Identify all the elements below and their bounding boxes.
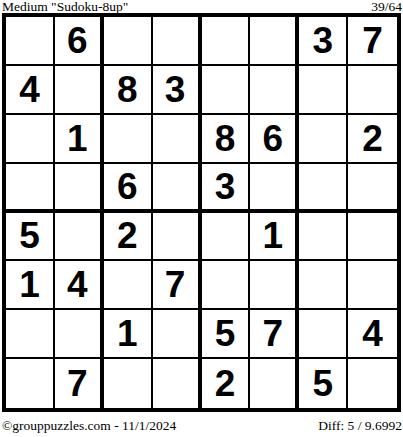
cell-r3c5-given: 8 — [202, 115, 251, 164]
sudoku-board: 6374831862635211471574725 — [2, 13, 401, 412]
cell-r8c6[interactable] — [250, 359, 299, 408]
cell-r3c7[interactable] — [299, 115, 348, 164]
cell-r7c6-given: 7 — [250, 310, 299, 359]
cell-r8c4[interactable] — [153, 359, 202, 408]
cell-r2c7[interactable] — [299, 66, 348, 115]
cell-r1c2-given: 6 — [55, 17, 104, 66]
cell-r6c1-given: 1 — [6, 261, 55, 310]
cell-r7c8-given: 4 — [348, 310, 397, 359]
cell-r2c3-given: 8 — [104, 66, 153, 115]
cell-r2c2[interactable] — [55, 66, 104, 115]
cell-r6c2-given: 4 — [55, 261, 104, 310]
cell-r8c1[interactable] — [6, 359, 55, 408]
cell-r3c2-given: 1 — [55, 115, 104, 164]
cell-r7c1[interactable] — [6, 310, 55, 359]
credit-text: ©grouppuzzles.com - 11/1/2024 — [2, 419, 176, 433]
cell-r8c3[interactable] — [104, 359, 153, 408]
cell-r4c6[interactable] — [250, 164, 299, 213]
cell-r7c7[interactable] — [299, 310, 348, 359]
cell-r1c6[interactable] — [250, 17, 299, 66]
cell-r5c1-given: 5 — [6, 213, 55, 262]
cell-r1c8-given: 7 — [348, 17, 397, 66]
cell-r7c5-given: 5 — [202, 310, 251, 359]
cell-r5c7[interactable] — [299, 213, 348, 262]
cell-r5c5[interactable] — [202, 213, 251, 262]
cell-r2c6[interactable] — [250, 66, 299, 115]
cell-r1c4[interactable] — [153, 17, 202, 66]
cell-r2c5[interactable] — [202, 66, 251, 115]
cell-r5c8[interactable] — [348, 213, 397, 262]
cell-r4c3-given: 6 — [104, 164, 153, 213]
cell-r5c2[interactable] — [55, 213, 104, 262]
cell-r8c5-given: 2 — [202, 359, 251, 408]
cell-r7c3-given: 1 — [104, 310, 153, 359]
cell-r4c1[interactable] — [6, 164, 55, 213]
cell-r6c7[interactable] — [299, 261, 348, 310]
cell-r3c4[interactable] — [153, 115, 202, 164]
cell-r4c8[interactable] — [348, 164, 397, 213]
footer-bar: ©grouppuzzles.com - 11/1/2024 Diff: 5 / … — [2, 419, 402, 433]
cell-r3c3[interactable] — [104, 115, 153, 164]
cell-r3c8-given: 2 — [348, 115, 397, 164]
cell-r2c8[interactable] — [348, 66, 397, 115]
cell-r6c4-given: 7 — [153, 261, 202, 310]
cell-r6c5[interactable] — [202, 261, 251, 310]
header-bar: Medium "Sudoku-8up" 39/64 — [2, 0, 402, 13]
cell-r1c7-given: 3 — [299, 17, 348, 66]
cell-r4c7[interactable] — [299, 164, 348, 213]
cell-r3c1[interactable] — [6, 115, 55, 164]
cell-r6c6[interactable] — [250, 261, 299, 310]
difficulty-text: Diff: 5 / 9.6992 — [318, 419, 402, 433]
cell-r2c4-given: 3 — [153, 66, 202, 115]
cell-r1c5[interactable] — [202, 17, 251, 66]
cell-r4c5-given: 3 — [202, 164, 251, 213]
cell-r4c2[interactable] — [55, 164, 104, 213]
cell-r5c4[interactable] — [153, 213, 202, 262]
cell-r8c8[interactable] — [348, 359, 397, 408]
cell-r4c4[interactable] — [153, 164, 202, 213]
cell-r3c6-given: 6 — [250, 115, 299, 164]
cell-r7c4[interactable] — [153, 310, 202, 359]
cell-r2c1-given: 4 — [6, 66, 55, 115]
empty-cell-counter: 39/64 — [371, 0, 402, 13]
cell-r6c3[interactable] — [104, 261, 153, 310]
cell-r6c8[interactable] — [348, 261, 397, 310]
cell-r5c6-given: 1 — [250, 213, 299, 262]
cell-r1c1[interactable] — [6, 17, 55, 66]
cell-r1c3[interactable] — [104, 17, 153, 66]
puzzle-title: Medium "Sudoku-8up" — [2, 0, 128, 13]
cell-r5c3-given: 2 — [104, 213, 153, 262]
cell-r8c2-given: 7 — [55, 359, 104, 408]
cell-r8c7-given: 5 — [299, 359, 348, 408]
cell-r7c2[interactable] — [55, 310, 104, 359]
